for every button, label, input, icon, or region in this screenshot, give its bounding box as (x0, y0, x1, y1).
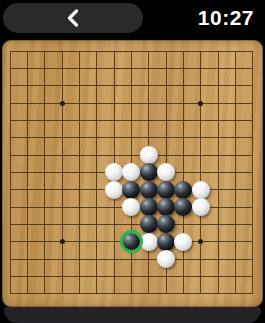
black-stone (157, 215, 175, 233)
white-stone (157, 250, 175, 268)
last-move-marker (120, 230, 143, 253)
watch-screen: 10:27 (0, 0, 265, 323)
app-footer-background (4, 307, 261, 323)
black-stone (174, 198, 192, 216)
black-stone (174, 181, 192, 199)
white-stone (122, 163, 140, 181)
white-stone (157, 163, 175, 181)
black-stone (122, 181, 140, 199)
black-stone (140, 215, 158, 233)
grid-line-horizontal (10, 276, 253, 277)
black-stone (140, 181, 158, 199)
black-stone (157, 181, 175, 199)
black-stone (140, 198, 158, 216)
white-stone (192, 198, 210, 216)
star-point (60, 101, 65, 106)
grid-line-vertical (235, 51, 236, 294)
black-stone (157, 233, 175, 251)
grid-line-horizontal (10, 224, 253, 225)
grid-line-horizontal (10, 293, 253, 294)
white-stone (105, 163, 123, 181)
star-point (198, 239, 203, 244)
grid-line-vertical (183, 51, 184, 294)
grid-line-horizontal (10, 259, 253, 260)
top-bar: 10:27 (0, 0, 265, 36)
clock-time: 10:27 (198, 6, 254, 30)
star-point (198, 101, 203, 106)
black-stone (140, 163, 158, 181)
white-stone (122, 198, 140, 216)
gomoku-board[interactable] (2, 40, 263, 307)
black-stone (157, 198, 175, 216)
grid-line-vertical (252, 51, 253, 294)
white-stone (140, 146, 158, 164)
grid-line-vertical (200, 51, 201, 294)
star-point (60, 239, 65, 244)
white-stone (105, 181, 123, 199)
white-stone (192, 181, 210, 199)
chevron-left-icon (65, 8, 81, 28)
back-button[interactable] (3, 3, 143, 33)
grid-line-vertical (218, 51, 219, 294)
white-stone (174, 233, 192, 251)
